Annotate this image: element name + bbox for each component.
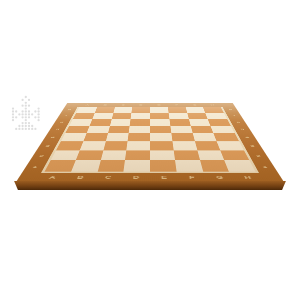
square-e2 xyxy=(150,150,175,160)
square-b6 xyxy=(89,119,111,126)
square-d2 xyxy=(125,150,150,160)
square-b5 xyxy=(86,126,109,133)
square-c6 xyxy=(110,119,131,126)
board-thickness-edge xyxy=(13,181,287,190)
file-f-label: F xyxy=(177,173,207,182)
square-d4 xyxy=(128,133,150,141)
square-b4 xyxy=(83,133,107,141)
file-e-label: E xyxy=(150,173,179,182)
square-b1 xyxy=(71,160,100,171)
product-photo-stage: ABCDEFGH ABCDEFGH 87654321 87654321 xyxy=(0,0,300,300)
square-f1 xyxy=(175,160,203,171)
file-b-label: B xyxy=(65,173,96,182)
square-h1 xyxy=(225,160,256,171)
square-d6 xyxy=(130,119,150,126)
file-d-label: D xyxy=(122,173,151,182)
dotted-chess-piece-watermark-icon xyxy=(10,95,43,131)
square-e5 xyxy=(150,126,171,133)
square-f4 xyxy=(171,133,194,141)
file-a-label: A xyxy=(36,173,68,182)
square-d3 xyxy=(127,141,150,150)
square-f6 xyxy=(169,119,190,126)
file-g-label: G xyxy=(204,173,235,182)
square-d1 xyxy=(124,160,150,171)
square-c1 xyxy=(97,160,125,171)
square-b3 xyxy=(80,141,106,150)
square-c2 xyxy=(100,150,126,160)
square-h5 xyxy=(211,126,235,133)
square-h3 xyxy=(217,141,244,150)
square-h4 xyxy=(214,133,240,141)
square-b2 xyxy=(75,150,103,160)
board-frame: ABCDEFGH ABCDEFGH 87654321 87654321 xyxy=(16,103,284,182)
square-e6 xyxy=(150,119,170,126)
square-f5 xyxy=(170,126,192,133)
square-g6 xyxy=(189,119,211,126)
square-e4 xyxy=(150,133,172,141)
chess-board: ABCDEFGH ABCDEFGH 87654321 87654321 xyxy=(16,103,284,182)
square-e1 xyxy=(150,160,176,171)
playing-field xyxy=(41,107,259,173)
square-f3 xyxy=(172,141,197,150)
square-c5 xyxy=(108,126,130,133)
board-grid xyxy=(45,107,256,171)
file-h-label: H xyxy=(232,173,264,182)
square-e3 xyxy=(150,141,173,150)
square-h6 xyxy=(208,119,231,126)
file-c-label: C xyxy=(93,173,123,182)
square-h2 xyxy=(220,150,249,160)
file-labels-near: ABCDEFGH xyxy=(36,173,264,182)
square-c3 xyxy=(103,141,128,150)
square-d5 xyxy=(129,126,150,133)
square-f2 xyxy=(173,150,199,160)
square-c4 xyxy=(105,133,128,141)
